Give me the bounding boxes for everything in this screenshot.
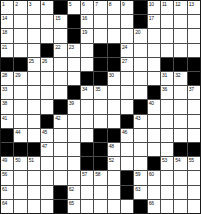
grid-cell-r9c11[interactable]: 43: [134, 115, 146, 128]
black-cell-r5c1: [1, 58, 13, 71]
black-cell-r5c13: [161, 58, 173, 71]
grid-cell-r12c13[interactable]: 53: [161, 157, 173, 170]
grid-cell-r2c8[interactable]: [94, 15, 106, 28]
grid-cell-r10c5[interactable]: [54, 129, 66, 142]
grid-cell-r14c6[interactable]: 62: [68, 186, 80, 199]
grid-cell-r11c5[interactable]: [54, 143, 66, 156]
black-cell-r12c12: [148, 157, 160, 170]
grid-cell-r12c2[interactable]: 50: [14, 157, 26, 170]
clue-number: 44: [15, 129, 20, 135]
grid-cell-r15c12[interactable]: 66: [148, 200, 160, 213]
clue-number: 6: [82, 1, 84, 7]
grid-cell-r7c15[interactable]: 37: [188, 86, 200, 99]
grid-cell-r15c6[interactable]: 65: [68, 200, 80, 213]
grid-cell-r10c4[interactable]: 45: [41, 129, 53, 142]
grid-cell-r15c13[interactable]: [161, 200, 173, 213]
clue-number: 58: [95, 171, 100, 177]
clue-number: 14: [2, 15, 7, 21]
black-cell-r11c8: [94, 143, 106, 156]
grid-cell-r4c13[interactable]: [161, 44, 173, 57]
grid-cell-r2c1[interactable]: 14: [1, 15, 13, 28]
grid-cell-r8c2[interactable]: [14, 100, 26, 113]
grid-cell-r9c9[interactable]: [108, 115, 120, 128]
grid-cell-r5c12[interactable]: [148, 58, 160, 71]
black-cell-r14c10: [121, 186, 133, 199]
grid-cell-r3c8[interactable]: [94, 29, 106, 42]
grid-cell-r5c7[interactable]: [81, 58, 93, 71]
grid-cell-r11c10[interactable]: [121, 143, 133, 156]
grid-cell-r14c4[interactable]: [41, 186, 53, 199]
grid-cell-r3c3[interactable]: [28, 29, 40, 42]
grid-cell-r15c9[interactable]: [108, 200, 120, 213]
grid-cell-r1c1[interactable]: 1: [1, 1, 13, 14]
grid-cell-r7c11[interactable]: [134, 86, 146, 99]
grid-cell-r6c1[interactable]: 28: [1, 72, 13, 85]
clue-number: 57: [82, 171, 87, 177]
clue-number: 53: [162, 157, 167, 163]
grid-cell-r12c3[interactable]: 51: [28, 157, 40, 170]
grid-cell-r14c3[interactable]: [28, 186, 40, 199]
grid-cell-r3c12[interactable]: [148, 29, 160, 42]
clue-number: 7: [95, 1, 97, 7]
grid-cell-r1c3[interactable]: 3: [28, 1, 40, 14]
clue-number: 20: [135, 29, 140, 35]
black-cell-r6c15: [188, 72, 200, 85]
grid-cell-r13c13[interactable]: [161, 171, 173, 184]
grid-cell-r2c10[interactable]: [121, 15, 133, 28]
grid-cell-r15c7[interactable]: [81, 200, 93, 213]
black-cell-r9c10: [121, 115, 133, 128]
black-cell-r8c5: [54, 100, 66, 113]
grid-cell-r5c5[interactable]: [54, 58, 66, 71]
grid-cell-r10c7[interactable]: [81, 129, 93, 142]
grid-cell-r1c10[interactable]: 9: [121, 1, 133, 14]
black-cell-r7c12: [148, 86, 160, 99]
grid-cell-r4c2[interactable]: [14, 44, 26, 57]
grid-cell-r8c3[interactable]: [28, 100, 40, 113]
grid-cell-r7c2[interactable]: [14, 86, 26, 99]
grid-cell-r13c1[interactable]: 56: [1, 171, 13, 184]
grid-cell-r10c3[interactable]: [28, 129, 40, 142]
grid-cell-r3c14[interactable]: [174, 29, 186, 42]
grid-cell-r7c7[interactable]: 34: [81, 86, 93, 99]
grid-cell-r13c7[interactable]: 57: [81, 171, 93, 184]
clue-number: 3: [29, 1, 31, 7]
clue-number: 46: [122, 129, 127, 135]
grid-cell-r9c7[interactable]: [81, 115, 93, 128]
black-cell-r5c14: [174, 58, 186, 71]
clue-number: 25: [29, 58, 34, 64]
grid-cell-r1c12[interactable]: 10: [148, 1, 160, 14]
grid-cell-r3c10[interactable]: [121, 29, 133, 42]
clue-number: 8: [109, 1, 111, 7]
black-cell-r7c6: [68, 86, 80, 99]
grid-cell-r14c2[interactable]: [14, 186, 26, 199]
grid-cell-r13c5[interactable]: [54, 171, 66, 184]
grid-cell-r4c3[interactable]: [28, 44, 40, 57]
grid-cell-r3c13[interactable]: [161, 29, 173, 42]
grid-cell-r12c9[interactable]: 52: [108, 157, 120, 170]
grid-cell-r11c9[interactable]: 48: [108, 143, 120, 156]
clue-number: 66: [149, 200, 154, 206]
grid-cell-r9c8[interactable]: [94, 115, 106, 128]
grid-cell-r14c15[interactable]: [188, 186, 200, 199]
grid-cell-r4c7[interactable]: [81, 44, 93, 57]
crossword-puzzle: 1234567891011121314151617181920212223242…: [0, 0, 201, 214]
grid-cell-r13c6[interactable]: [68, 171, 80, 184]
grid-cell-r13c9[interactable]: [108, 171, 120, 184]
grid-cell-r4c6[interactable]: 23: [68, 44, 80, 57]
clue-number: 45: [42, 129, 47, 135]
grid-cell-r14c7[interactable]: [81, 186, 93, 199]
clue-number: 33: [2, 86, 7, 92]
black-cell-r2c11: [134, 15, 146, 28]
clue-number: 13: [189, 1, 194, 7]
clue-number: 43: [135, 115, 140, 121]
crossword-grid: 1234567891011121314151617181920212223242…: [0, 0, 201, 214]
clue-number: 63: [135, 186, 140, 192]
black-cell-r1c11: [134, 1, 146, 14]
grid-cell-r14c14[interactable]: [174, 186, 186, 199]
grid-cell-r14c11[interactable]: 63: [134, 186, 146, 199]
grid-cell-r12c10[interactable]: [121, 157, 133, 170]
clue-number: 48: [109, 143, 114, 149]
clue-number: 55: [189, 157, 194, 163]
grid-cell-r13c11[interactable]: 59: [134, 171, 146, 184]
grid-cell-r4c11[interactable]: [134, 44, 146, 57]
grid-cell-r14c8[interactable]: [94, 186, 106, 199]
black-cell-r4c9: [108, 44, 120, 57]
grid-cell-r9c15[interactable]: [188, 115, 200, 128]
grid-cell-r15c8[interactable]: [94, 200, 106, 213]
clue-number: 40: [149, 100, 154, 106]
grid-cell-r5c11[interactable]: [134, 58, 146, 71]
grid-cell-r13c4[interactable]: [41, 171, 53, 184]
grid-cell-r15c3[interactable]: [28, 200, 40, 213]
grid-cell-r14c13[interactable]: [161, 186, 173, 199]
grid-cell-r3c2[interactable]: [14, 29, 26, 42]
grid-cell-r7c1[interactable]: 33: [1, 86, 13, 99]
grid-cell-r12c5[interactable]: [54, 157, 66, 170]
grid-cell-r11c4[interactable]: 47: [41, 143, 53, 156]
grid-cell-r8c15[interactable]: [188, 100, 200, 113]
grid-cell-r6c13[interactable]: 31: [161, 72, 173, 85]
grid-cell-r7c3[interactable]: [28, 86, 40, 99]
black-cell-r6c8: [94, 72, 106, 85]
black-cell-r11c15: [188, 143, 200, 156]
clue-number: 56: [2, 171, 7, 177]
grid-cell-r8c8[interactable]: [94, 100, 106, 113]
grid-cell-r6c4[interactable]: [41, 72, 53, 85]
grid-cell-r5c3[interactable]: 25: [28, 58, 40, 71]
clue-number: 36: [162, 86, 167, 92]
grid-cell-r9c12[interactable]: [148, 115, 160, 128]
clue-number: 17: [149, 15, 154, 21]
grid-cell-r8c4[interactable]: [41, 100, 53, 113]
clue-number: 28: [2, 72, 7, 78]
clue-number: 60: [149, 171, 154, 177]
clue-number: 21: [2, 44, 7, 50]
clue-number: 61: [2, 186, 7, 192]
grid-cell-r10c13[interactable]: [161, 129, 173, 142]
grid-cell-r8c9[interactable]: [108, 100, 120, 113]
clue-number: 50: [15, 157, 20, 163]
grid-cell-r6c2[interactable]: 29: [14, 72, 26, 85]
black-cell-r11c7: [81, 143, 93, 156]
black-cell-r10c8: [94, 129, 106, 142]
grid-cell-r4c5[interactable]: 22: [54, 44, 66, 57]
black-cell-r11c2: [14, 143, 26, 156]
grid-cell-r14c9[interactable]: [108, 186, 120, 199]
grid-cell-r2c13[interactable]: [161, 15, 173, 28]
grid-cell-r3c11[interactable]: 20: [134, 29, 146, 42]
grid-cell-r13c12[interactable]: 60: [148, 171, 160, 184]
grid-cell-r15c4[interactable]: [41, 200, 53, 213]
grid-cell-r1c15[interactable]: 13: [188, 1, 200, 14]
grid-cell-r7c10[interactable]: [121, 86, 133, 99]
clue-number: 24: [122, 44, 127, 50]
grid-cell-r9c2[interactable]: [14, 115, 26, 128]
grid-cell-r11c13[interactable]: [161, 143, 173, 156]
black-cell-r4c4: [41, 44, 53, 57]
grid-cell-r8c13[interactable]: [161, 100, 173, 113]
black-cell-r11c14: [174, 143, 186, 156]
grid-cell-r7c14[interactable]: [174, 86, 186, 99]
grid-cell-r10c10[interactable]: 46: [121, 129, 133, 142]
clue-number: 47: [42, 143, 47, 149]
clue-number: 10: [149, 1, 154, 7]
grid-cell-r1c8[interactable]: 7: [94, 1, 106, 14]
black-cell-r9c4: [41, 115, 53, 128]
grid-cell-r12c15[interactable]: 55: [188, 157, 200, 170]
black-cell-r5c2: [14, 58, 26, 71]
grid-cell-r15c14[interactable]: [174, 200, 186, 213]
grid-cell-r14c1[interactable]: 61: [1, 186, 13, 199]
clue-number: 9: [122, 1, 124, 7]
grid-cell-r13c3[interactable]: [28, 171, 40, 184]
grid-cell-r12c6[interactable]: [68, 157, 80, 170]
grid-cell-r4c1[interactable]: 21: [1, 44, 13, 57]
grid-cell-r11c11[interactable]: [134, 143, 146, 156]
clue-number: 62: [69, 186, 74, 192]
clue-number: 34: [82, 86, 87, 92]
grid-cell-r2c3[interactable]: [28, 15, 40, 28]
clue-number: 19: [82, 29, 87, 35]
black-cell-r10c1: [1, 129, 13, 142]
black-cell-r12c7: [81, 157, 93, 170]
clue-number: 35: [95, 86, 100, 92]
grid-cell-r4c12[interactable]: [148, 44, 160, 57]
grid-cell-r2c14[interactable]: [174, 15, 186, 28]
grid-cell-r7c9[interactable]: [108, 86, 120, 99]
grid-cell-r1c7[interactable]: 6: [81, 1, 93, 14]
grid-cell-r3c4[interactable]: [41, 29, 53, 42]
clue-number: 18: [2, 29, 7, 35]
grid-cell-r5c4[interactable]: 26: [41, 58, 53, 71]
clue-number: 38: [2, 100, 7, 106]
grid-cell-r9c3[interactable]: [28, 115, 40, 128]
grid-cell-r13c8[interactable]: 58: [94, 171, 106, 184]
clue-number: 23: [69, 44, 74, 50]
clue-number: 42: [55, 115, 60, 121]
grid-cell-r6c3[interactable]: [28, 72, 40, 85]
grid-cell-r8c10[interactable]: [121, 100, 133, 113]
grid-cell-r10c6[interactable]: [68, 129, 80, 142]
clue-number: 54: [175, 157, 180, 163]
grid-cell-r3c15[interactable]: [188, 29, 200, 42]
grid-cell-r1c14[interactable]: 12: [174, 1, 186, 14]
grid-cell-r2c15[interactable]: [188, 15, 200, 28]
clue-number: 51: [29, 157, 34, 163]
grid-cell-r6c9[interactable]: 30: [108, 72, 120, 85]
grid-cell-r12c4[interactable]: [41, 157, 53, 170]
grid-cell-r10c11[interactable]: [134, 129, 146, 142]
grid-cell-r15c1[interactable]: 64: [1, 200, 13, 213]
grid-cell-r9c1[interactable]: 41: [1, 115, 13, 128]
black-cell-r10c9: [108, 129, 120, 142]
grid-cell-r10c14[interactable]: [174, 129, 186, 142]
grid-cell-r11c6[interactable]: [68, 143, 80, 156]
grid-cell-r12c1[interactable]: 49: [1, 157, 13, 170]
black-cell-r11c3: [28, 143, 40, 156]
black-cell-r12c8: [94, 157, 106, 170]
grid-cell-r13c15[interactable]: [188, 171, 200, 184]
black-cell-r5c15: [188, 58, 200, 71]
clue-number: 32: [175, 72, 180, 78]
black-cell-r6c7: [81, 72, 93, 85]
clue-number: 37: [189, 86, 194, 92]
grid-cell-r13c2[interactable]: [14, 171, 26, 184]
black-cell-r2c6: [68, 15, 80, 28]
clue-number: 64: [2, 200, 7, 206]
grid-cell-r5c6[interactable]: [68, 58, 80, 71]
clue-number: 49: [2, 157, 7, 163]
grid-cell-r8c1[interactable]: 38: [1, 100, 13, 113]
clue-number: 15: [55, 15, 60, 21]
clue-number: 2: [15, 1, 17, 7]
grid-cell-r4c15[interactable]: [188, 44, 200, 57]
grid-cell-r2c2[interactable]: [14, 15, 26, 28]
grid-cell-r15c10[interactable]: [121, 200, 133, 213]
clue-number: 26: [42, 58, 47, 64]
grid-cell-r3c9[interactable]: [108, 29, 120, 42]
grid-cell-r8c12[interactable]: 40: [148, 100, 160, 113]
grid-cell-r15c2[interactable]: [14, 200, 26, 213]
grid-cell-r2c4[interactable]: [41, 15, 53, 28]
grid-cell-r4c10[interactable]: 24: [121, 44, 133, 57]
black-cell-r15c11: [134, 200, 146, 213]
grid-cell-r6c10[interactable]: [121, 72, 133, 85]
clue-number: 11: [162, 1, 167, 7]
clue-number: 52: [109, 157, 114, 163]
clue-number: 12: [175, 1, 180, 7]
grid-cell-r6c5[interactable]: [54, 72, 66, 85]
grid-cell-r7c13[interactable]: 36: [161, 86, 173, 99]
grid-cell-r8c14[interactable]: [174, 100, 186, 113]
grid-cell-r4c14[interactable]: [174, 44, 186, 57]
grid-cell-r6c14[interactable]: 32: [174, 72, 186, 85]
grid-cell-r8c6[interactable]: 39: [68, 100, 80, 113]
grid-cell-r2c9[interactable]: [108, 15, 120, 28]
grid-cell-r12c14[interactable]: 54: [174, 157, 186, 170]
black-cell-r15c5: [54, 200, 66, 213]
clue-number: 59: [135, 171, 140, 177]
black-cell-r8c11: [134, 100, 146, 113]
clue-number: 1: [2, 1, 4, 7]
grid-cell-r6c11[interactable]: [134, 72, 146, 85]
grid-cell-r11c12[interactable]: [148, 143, 160, 156]
clue-number: 29: [15, 72, 20, 78]
clue-number: 4: [42, 1, 44, 7]
clue-number: 39: [69, 100, 74, 106]
clue-number: 22: [55, 44, 60, 50]
black-cell-r5c9: [108, 58, 120, 71]
black-cell-r13c10: [121, 171, 133, 184]
black-cell-r1c5: [54, 1, 66, 14]
grid-cell-r9c6[interactable]: [68, 115, 80, 128]
grid-cell-r1c2[interactable]: 2: [14, 1, 26, 14]
grid-cell-r7c8[interactable]: 35: [94, 86, 106, 99]
clue-number: 5: [69, 1, 71, 7]
grid-cell-r9c14[interactable]: [174, 115, 186, 128]
grid-cell-r7c4[interactable]: [41, 86, 53, 99]
black-cell-r4c8: [94, 44, 106, 57]
grid-cell-r3c1[interactable]: 18: [1, 29, 13, 42]
grid-cell-r14c12[interactable]: [148, 186, 160, 199]
clue-number: 30: [109, 72, 114, 78]
grid-cell-r8c7[interactable]: [81, 100, 93, 113]
grid-cell-r9c5[interactable]: 42: [54, 115, 66, 128]
clue-number: 16: [82, 15, 87, 21]
black-cell-r3c6: [68, 29, 80, 42]
black-cell-r5c8: [94, 58, 106, 71]
black-cell-r11c1: [1, 143, 13, 156]
grid-cell-r6c12[interactable]: [148, 72, 160, 85]
grid-cell-r2c5[interactable]: 15: [54, 15, 66, 28]
grid-cell-r10c12[interactable]: [148, 129, 160, 142]
grid-cell-r5c10[interactable]: 27: [121, 58, 133, 71]
grid-cell-r15c15[interactable]: [188, 200, 200, 213]
clue-number: 41: [2, 115, 7, 121]
grid-cell-r9c13[interactable]: [161, 115, 173, 128]
grid-cell-r1c6[interactable]: 5: [68, 1, 80, 14]
grid-cell-r1c9[interactable]: 8: [108, 1, 120, 14]
grid-cell-r7c5[interactable]: [54, 86, 66, 99]
grid-cell-r2c12[interactable]: 17: [148, 15, 160, 28]
grid-cell-r3c7[interactable]: 19: [81, 29, 93, 42]
grid-cell-r1c4[interactable]: 4: [41, 1, 53, 14]
grid-cell-r12c11[interactable]: [134, 157, 146, 170]
grid-cell-r10c2[interactable]: 44: [14, 129, 26, 142]
grid-cell-r6c6[interactable]: [68, 72, 80, 85]
grid-cell-r10c15[interactable]: [188, 129, 200, 142]
clue-number: 31: [162, 72, 167, 78]
grid-cell-r3c5[interactable]: [54, 29, 66, 42]
clue-number: 65: [69, 200, 74, 206]
clue-number: 27: [122, 58, 127, 64]
grid-cell-r1c13[interactable]: 11: [161, 1, 173, 14]
black-cell-r14c5: [54, 186, 66, 199]
grid-cell-r13c14[interactable]: [174, 171, 186, 184]
grid-cell-r2c7[interactable]: 16: [81, 15, 93, 28]
